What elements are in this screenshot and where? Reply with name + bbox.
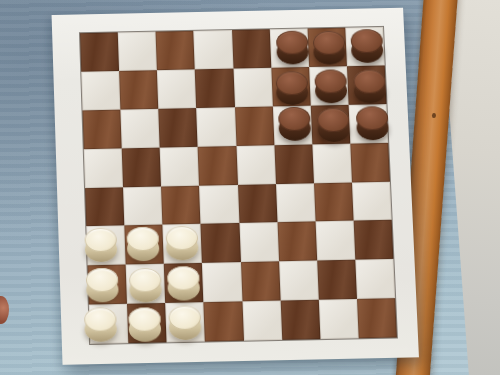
board-square[interactable]	[123, 186, 163, 226]
board-square[interactable]	[271, 67, 311, 106]
board-square[interactable]	[81, 71, 120, 110]
board-square[interactable]	[347, 65, 387, 104]
board-square[interactable]	[198, 146, 238, 186]
board-square[interactable]	[239, 223, 279, 263]
board-square[interactable]	[119, 70, 158, 109]
board-square[interactable]	[269, 28, 308, 67]
board-square[interactable]	[80, 32, 119, 71]
checkers-board	[52, 8, 419, 365]
checker-piece-dark[interactable]	[276, 30, 309, 65]
board-square[interactable]	[165, 302, 205, 342]
board-square[interactable]	[310, 105, 350, 144]
checker-piece-dark[interactable]	[350, 29, 383, 64]
board-square[interactable]	[163, 224, 203, 264]
board-square[interactable]	[237, 184, 277, 224]
board-square[interactable]	[84, 148, 123, 188]
checker-piece-light[interactable]	[127, 227, 160, 263]
board-square[interactable]	[234, 106, 274, 145]
board-square[interactable]	[88, 265, 128, 305]
checker-piece-light[interactable]	[167, 266, 200, 302]
board-square[interactable]	[164, 263, 204, 303]
board-square[interactable]	[160, 146, 199, 186]
wall-object	[0, 296, 9, 324]
board-square[interactable]	[352, 181, 392, 221]
checker-piece-dark[interactable]	[278, 106, 311, 141]
board-square[interactable]	[242, 301, 282, 341]
board-square[interactable]	[201, 223, 241, 263]
board-square[interactable]	[161, 185, 201, 225]
checker-piece-light[interactable]	[129, 268, 162, 304]
board-square[interactable]	[350, 142, 390, 182]
board-square[interactable]	[279, 261, 319, 301]
board-square[interactable]	[194, 30, 233, 69]
board-square[interactable]	[82, 109, 121, 148]
board-square[interactable]	[85, 187, 124, 227]
board-square[interactable]	[89, 304, 129, 344]
board-square[interactable]	[158, 108, 197, 147]
checker-piece-light[interactable]	[86, 268, 119, 304]
checker-piece-dark[interactable]	[275, 71, 308, 106]
board-square[interactable]	[348, 104, 388, 143]
board-square[interactable]	[202, 262, 242, 302]
photo-scene	[0, 0, 500, 375]
checker-piece-dark[interactable]	[314, 69, 347, 104]
board-square[interactable]	[345, 27, 385, 66]
board-square[interactable]	[312, 143, 352, 183]
board-square[interactable]	[276, 183, 316, 223]
checker-piece-dark[interactable]	[312, 31, 345, 66]
checker-piece-light[interactable]	[169, 305, 202, 341]
board-grid	[79, 26, 398, 345]
board-square[interactable]	[126, 264, 166, 304]
board-square[interactable]	[157, 69, 196, 108]
board-square[interactable]	[196, 107, 235, 146]
board-square[interactable]	[86, 226, 126, 266]
board-square[interactable]	[233, 68, 272, 107]
checker-piece-dark[interactable]	[353, 69, 386, 104]
board-square[interactable]	[232, 29, 271, 68]
board-square[interactable]	[357, 298, 397, 338]
board-square[interactable]	[277, 222, 317, 262]
checker-piece-light[interactable]	[84, 228, 117, 264]
board-square[interactable]	[274, 144, 314, 184]
board-square[interactable]	[272, 105, 312, 144]
board-square[interactable]	[199, 184, 239, 224]
board-square[interactable]	[118, 32, 157, 71]
board-square[interactable]	[122, 147, 161, 187]
checker-piece-dark[interactable]	[356, 106, 389, 141]
board-square[interactable]	[314, 182, 354, 222]
checker-piece-dark[interactable]	[317, 108, 350, 143]
board-square[interactable]	[307, 28, 347, 67]
board-square[interactable]	[236, 145, 276, 185]
board-square[interactable]	[317, 260, 357, 300]
board-square[interactable]	[353, 220, 393, 260]
checker-piece-light[interactable]	[84, 307, 117, 343]
board-square[interactable]	[309, 66, 349, 105]
board-square[interactable]	[315, 221, 355, 261]
board-square[interactable]	[319, 299, 359, 339]
board-square[interactable]	[355, 259, 395, 299]
checker-piece-light[interactable]	[166, 226, 199, 262]
board-square[interactable]	[124, 225, 164, 265]
board-square[interactable]	[240, 262, 280, 302]
board-square[interactable]	[195, 68, 234, 107]
board-square[interactable]	[120, 109, 159, 148]
board-square[interactable]	[127, 303, 167, 343]
board-square[interactable]	[156, 31, 195, 70]
checker-piece-light[interactable]	[128, 307, 161, 343]
board-square[interactable]	[280, 300, 320, 340]
board-square[interactable]	[204, 301, 244, 341]
